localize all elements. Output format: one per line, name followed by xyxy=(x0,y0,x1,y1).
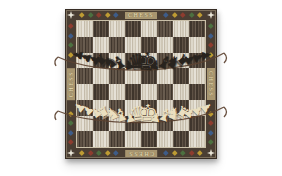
strung-pieces: ♟♟♟♜♞♝♟♛♚♟♝♞♜♟♟♟♟♟♟♜♞♝♟♛♚♟♝♞♜♟♟♟ xyxy=(66,10,218,160)
cord-end-hook xyxy=(224,53,227,63)
product-photo: CHESS CHESS CHESS CHESS ♟♟♟♜♞♝♟ xyxy=(0,0,282,176)
cord-end-hook xyxy=(224,107,227,117)
cord-end-hook xyxy=(55,111,58,120)
cord-end-hook xyxy=(55,57,58,66)
black-pawn-piece: ♟ xyxy=(199,49,213,62)
chess-board: CHESS CHESS CHESS CHESS ♟♟♟♜♞♝♟ xyxy=(65,9,217,159)
